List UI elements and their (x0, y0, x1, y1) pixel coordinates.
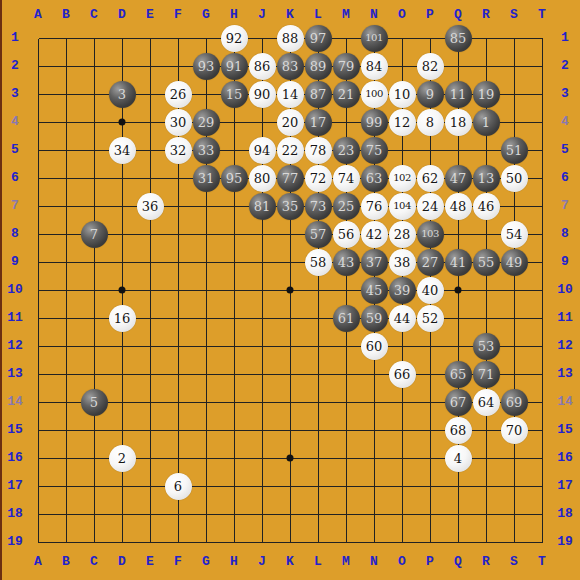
stone-white-18-Q4: 18 (445, 109, 472, 136)
stone-black-97-L1: 97 (305, 25, 332, 52)
stone-white-88-K1: 88 (277, 25, 304, 52)
stone-white-16-D11: 16 (109, 305, 136, 332)
stone-black-73-L7: 73 (305, 193, 332, 220)
stone-black-35-K7: 35 (277, 193, 304, 220)
column-labels-top: ABCDEFGHJKLMNOPQRST (24, 5, 556, 25)
stone-black-91-H2: 91 (221, 53, 248, 80)
stone-white-34-D5: 34 (109, 137, 136, 164)
stone-white-74-M6: 74 (333, 165, 360, 192)
stone-white-40-P10: 40 (417, 277, 444, 304)
stone-white-36-E7: 36 (137, 193, 164, 220)
stone-black-103-P8: 103 (417, 221, 444, 248)
stone-white-80-J6: 80 (249, 165, 276, 192)
stone-white-28-O8: 28 (389, 221, 416, 248)
coord-label-Q: Q (444, 5, 472, 25)
stone-black-27-P9: 27 (417, 249, 444, 276)
coord-label-J: J (248, 5, 276, 25)
stone-white-6-F17: 6 (165, 473, 192, 500)
stone-white-46-R7: 46 (473, 193, 500, 220)
stone-black-83-K2: 83 (277, 53, 304, 80)
stone-black-57-L8: 57 (305, 221, 332, 248)
coord-label-G: G (192, 5, 220, 25)
stone-black-15-H3: 15 (221, 81, 248, 108)
coord-label-S: S (500, 5, 528, 25)
stone-white-78-L5: 78 (305, 137, 332, 164)
coord-label-T: T (528, 5, 556, 25)
stone-black-63-N6: 63 (361, 165, 388, 192)
stone-white-54-S8: 54 (501, 221, 528, 248)
stone-black-29-G4: 29 (193, 109, 220, 136)
stone-white-84-N2: 84 (361, 53, 388, 80)
stone-white-10-O3: 10 (389, 81, 416, 108)
stone-white-12-O4: 12 (389, 109, 416, 136)
stone-white-42-N8: 42 (361, 221, 388, 248)
stone-white-90-J3: 90 (249, 81, 276, 108)
stone-black-33-G5: 33 (193, 137, 220, 164)
stone-white-50-S6: 50 (501, 165, 528, 192)
stone-black-43-M9: 43 (333, 249, 360, 276)
stone-white-92-H1: 92 (221, 25, 248, 52)
stone-black-79-M2: 79 (333, 53, 360, 80)
stone-white-66-O13: 66 (389, 361, 416, 388)
stone-black-45-N10: 45 (361, 277, 388, 304)
stone-black-13-R6: 13 (473, 165, 500, 192)
stone-white-70-S15: 70 (501, 417, 528, 444)
stone-white-2-D16: 2 (109, 445, 136, 472)
stone-black-17-L4: 17 (305, 109, 332, 136)
stone-black-47-Q6: 47 (445, 165, 472, 192)
stone-black-21-M3: 21 (333, 81, 360, 108)
coord-label-N: N (360, 5, 388, 25)
stone-white-56-M8: 56 (333, 221, 360, 248)
stone-white-24-P7: 24 (417, 193, 444, 220)
stone-black-95-H6: 95 (221, 165, 248, 192)
stone-black-55-R9: 55 (473, 249, 500, 276)
stone-black-67-Q14: 67 (445, 389, 472, 416)
go-game-record-window: ABCDEFGHJKLMNOPQRST ABCDEFGHJKLMNOPQRST … (0, 0, 580, 580)
stone-black-37-N9: 37 (361, 249, 388, 276)
stone-black-75-N5: 75 (361, 137, 388, 164)
coord-label-R: R (472, 5, 500, 25)
stone-white-102-O6: 102 (389, 165, 416, 192)
stone-black-41-Q9: 41 (445, 249, 472, 276)
stone-white-26-F3: 26 (165, 81, 192, 108)
stone-white-76-N7: 76 (361, 193, 388, 220)
coord-label-B: B (52, 5, 80, 25)
coord-label-O: O (388, 5, 416, 25)
stone-white-64-R14: 64 (473, 389, 500, 416)
stone-black-25-M7: 25 (333, 193, 360, 220)
stone-black-39-O10: 39 (389, 277, 416, 304)
stone-white-100-N3: 100 (361, 81, 388, 108)
stone-black-101-N1: 101 (361, 25, 388, 52)
stone-white-22-K5: 22 (277, 137, 304, 164)
stone-black-99-N4: 99 (361, 109, 388, 136)
stone-white-8-P4: 8 (417, 109, 444, 136)
coord-label-L: L (304, 5, 332, 25)
stone-black-59-N11: 59 (361, 305, 388, 332)
stone-white-14-K3: 14 (277, 81, 304, 108)
stone-black-7-C8: 7 (81, 221, 108, 248)
coord-label-H: H (220, 5, 248, 25)
stone-black-61-M11: 61 (333, 305, 360, 332)
stone-white-4-Q16: 4 (445, 445, 472, 472)
stone-black-23-M5: 23 (333, 137, 360, 164)
stone-black-89-L2: 89 (305, 53, 332, 80)
stone-white-52-P11: 52 (417, 305, 444, 332)
stone-black-11-Q3: 11 (445, 81, 472, 108)
stone-white-20-K4: 20 (277, 109, 304, 136)
stone-black-71-R13: 71 (473, 361, 500, 388)
stone-white-58-L9: 58 (305, 249, 332, 276)
coord-label-M: M (332, 5, 360, 25)
stone-white-94-J5: 94 (249, 137, 276, 164)
coord-label-D: D (108, 5, 136, 25)
stone-black-51-S5: 51 (501, 137, 528, 164)
stone-white-86-J2: 86 (249, 53, 276, 80)
stone-black-31-G6: 31 (193, 165, 220, 192)
stone-white-72-L6: 72 (305, 165, 332, 192)
stone-black-87-L3: 87 (305, 81, 332, 108)
coord-label-K: K (276, 5, 304, 25)
stone-white-62-P6: 62 (417, 165, 444, 192)
coord-label-P: P (416, 5, 444, 25)
stone-white-68-Q15: 68 (445, 417, 472, 444)
stone-black-85-Q1: 85 (445, 25, 472, 52)
coord-label-E: E (136, 5, 164, 25)
stone-black-81-J7: 81 (249, 193, 276, 220)
coord-label-A: A (24, 5, 52, 25)
stone-black-5-C14: 5 (81, 389, 108, 416)
stone-black-9-P3: 9 (417, 81, 444, 108)
stone-white-82-P2: 82 (417, 53, 444, 80)
stone-black-77-K6: 77 (277, 165, 304, 192)
coord-label-C: C (80, 5, 108, 25)
stone-black-65-Q13: 65 (445, 361, 472, 388)
stone-black-49-S9: 49 (501, 249, 528, 276)
stone-white-104-O7: 104 (389, 193, 416, 220)
stone-white-30-F4: 30 (165, 109, 192, 136)
stone-black-93-G2: 93 (193, 53, 220, 80)
stone-white-44-O11: 44 (389, 305, 416, 332)
stone-white-38-O9: 38 (389, 249, 416, 276)
stone-white-60-N12: 60 (361, 333, 388, 360)
stone-black-69-S14: 69 (501, 389, 528, 416)
coord-label-F: F (164, 5, 192, 25)
go-board[interactable]: 1234567891011121314151617181920212223242… (24, 24, 556, 556)
stone-black-3-D3: 3 (109, 81, 136, 108)
stone-black-1-R4: 1 (473, 109, 500, 136)
stone-white-48-Q7: 48 (445, 193, 472, 220)
stone-black-53-R12: 53 (473, 333, 500, 360)
stone-white-32-F5: 32 (165, 137, 192, 164)
stone-black-19-R3: 19 (473, 81, 500, 108)
